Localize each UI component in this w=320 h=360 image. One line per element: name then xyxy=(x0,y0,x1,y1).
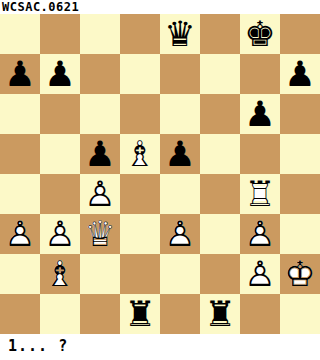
square-d8[interactable] xyxy=(120,14,160,54)
square-b4[interactable] xyxy=(40,174,80,214)
black-queen-e8[interactable]: ♛ xyxy=(160,14,200,54)
white-piece-outline-icon: ♗ xyxy=(120,134,160,174)
move-prompt: 1... ? xyxy=(0,334,320,360)
chess-diagram-page: WCSAC.0621 ♛♚♟♟♟♟♟♝♗♟♟♙♜♖♟♙♟♙♛♕♟♙♟♙♝♗♟♙♚… xyxy=(0,0,320,360)
black-piece-icon: ♟ xyxy=(240,94,280,134)
square-h4[interactable] xyxy=(280,174,320,214)
square-d3[interactable] xyxy=(120,214,160,254)
square-h2[interactable]: ♚♔ xyxy=(280,254,320,294)
square-c8[interactable] xyxy=(80,14,120,54)
square-g3[interactable]: ♟♙ xyxy=(240,214,280,254)
square-h7[interactable]: ♟ xyxy=(280,54,320,94)
square-c3[interactable]: ♛♕ xyxy=(80,214,120,254)
black-piece-icon: ♛ xyxy=(160,14,200,54)
square-a6[interactable] xyxy=(0,94,40,134)
white-piece-outline-icon: ♙ xyxy=(240,214,280,254)
square-d5[interactable]: ♝♗ xyxy=(120,134,160,174)
square-h6[interactable] xyxy=(280,94,320,134)
chess-board: ♛♚♟♟♟♟♟♝♗♟♟♙♜♖♟♙♟♙♛♕♟♙♟♙♝♗♟♙♚♔♜♜ xyxy=(0,14,320,334)
black-pawn-e5[interactable]: ♟ xyxy=(160,134,200,174)
black-pawn-c5[interactable]: ♟ xyxy=(80,134,120,174)
square-e2[interactable] xyxy=(160,254,200,294)
black-rook-d1[interactable]: ♜ xyxy=(120,294,160,334)
white-pawn-e3[interactable]: ♟♙ xyxy=(160,214,200,254)
square-e4[interactable] xyxy=(160,174,200,214)
square-h1[interactable] xyxy=(280,294,320,334)
square-h5[interactable] xyxy=(280,134,320,174)
white-pawn-a3[interactable]: ♟♙ xyxy=(0,214,40,254)
square-c5[interactable]: ♟ xyxy=(80,134,120,174)
white-bishop-d5[interactable]: ♝♗ xyxy=(120,134,160,174)
square-b1[interactable] xyxy=(40,294,80,334)
square-e7[interactable] xyxy=(160,54,200,94)
white-piece-outline-icon: ♙ xyxy=(160,214,200,254)
white-piece-outline-icon: ♙ xyxy=(40,214,80,254)
square-g5[interactable] xyxy=(240,134,280,174)
square-f7[interactable] xyxy=(200,54,240,94)
square-c1[interactable] xyxy=(80,294,120,334)
white-pawn-c4[interactable]: ♟♙ xyxy=(80,174,120,214)
square-e1[interactable] xyxy=(160,294,200,334)
square-f1[interactable]: ♜ xyxy=(200,294,240,334)
white-king-h2[interactable]: ♚♔ xyxy=(280,254,320,294)
white-pawn-g3[interactable]: ♟♙ xyxy=(240,214,280,254)
square-c2[interactable] xyxy=(80,254,120,294)
square-g7[interactable] xyxy=(240,54,280,94)
black-pawn-a7[interactable]: ♟ xyxy=(0,54,40,94)
square-c7[interactable] xyxy=(80,54,120,94)
square-f4[interactable] xyxy=(200,174,240,214)
square-g1[interactable] xyxy=(240,294,280,334)
square-h8[interactable] xyxy=(280,14,320,54)
black-piece-icon: ♚ xyxy=(240,14,280,54)
square-d7[interactable] xyxy=(120,54,160,94)
square-f8[interactable] xyxy=(200,14,240,54)
white-pawn-g2[interactable]: ♟♙ xyxy=(240,254,280,294)
square-b8[interactable] xyxy=(40,14,80,54)
white-piece-outline-icon: ♙ xyxy=(0,214,40,254)
black-piece-icon: ♟ xyxy=(280,54,320,94)
white-piece-outline-icon: ♖ xyxy=(240,174,280,214)
square-c6[interactable] xyxy=(80,94,120,134)
black-pawn-g6[interactable]: ♟ xyxy=(240,94,280,134)
square-a8[interactable] xyxy=(0,14,40,54)
black-piece-icon: ♜ xyxy=(200,294,240,334)
square-a1[interactable] xyxy=(0,294,40,334)
black-pawn-h7[interactable]: ♟ xyxy=(280,54,320,94)
white-rook-g4[interactable]: ♜♖ xyxy=(240,174,280,214)
square-g2[interactable]: ♟♙ xyxy=(240,254,280,294)
square-f2[interactable] xyxy=(200,254,240,294)
square-g6[interactable]: ♟ xyxy=(240,94,280,134)
white-pawn-b3[interactable]: ♟♙ xyxy=(40,214,80,254)
square-b2[interactable]: ♝♗ xyxy=(40,254,80,294)
square-b7[interactable]: ♟ xyxy=(40,54,80,94)
square-f3[interactable] xyxy=(200,214,240,254)
square-g8[interactable]: ♚ xyxy=(240,14,280,54)
square-e5[interactable]: ♟ xyxy=(160,134,200,174)
black-piece-icon: ♜ xyxy=(120,294,160,334)
square-b3[interactable]: ♟♙ xyxy=(40,214,80,254)
black-pawn-b7[interactable]: ♟ xyxy=(40,54,80,94)
square-h3[interactable] xyxy=(280,214,320,254)
square-a7[interactable]: ♟ xyxy=(0,54,40,94)
square-e6[interactable] xyxy=(160,94,200,134)
square-d6[interactable] xyxy=(120,94,160,134)
square-b5[interactable] xyxy=(40,134,80,174)
black-rook-f1[interactable]: ♜ xyxy=(200,294,240,334)
square-a5[interactable] xyxy=(0,134,40,174)
white-bishop-b2[interactable]: ♝♗ xyxy=(40,254,80,294)
black-king-g8[interactable]: ♚ xyxy=(240,14,280,54)
diagram-title: WCSAC.0621 xyxy=(0,0,320,14)
square-f5[interactable] xyxy=(200,134,240,174)
square-d1[interactable]: ♜ xyxy=(120,294,160,334)
square-d2[interactable] xyxy=(120,254,160,294)
square-e8[interactable]: ♛ xyxy=(160,14,200,54)
square-a4[interactable] xyxy=(0,174,40,214)
white-piece-outline-icon: ♙ xyxy=(240,254,280,294)
white-queen-c3[interactable]: ♛♕ xyxy=(80,214,120,254)
white-piece-outline-icon: ♙ xyxy=(80,174,120,214)
square-a2[interactable] xyxy=(0,254,40,294)
square-b6[interactable] xyxy=(40,94,80,134)
square-e3[interactable]: ♟♙ xyxy=(160,214,200,254)
white-piece-outline-icon: ♔ xyxy=(280,254,320,294)
square-d4[interactable] xyxy=(120,174,160,214)
black-piece-icon: ♟ xyxy=(160,134,200,174)
square-c4[interactable]: ♟♙ xyxy=(80,174,120,214)
square-f6[interactable] xyxy=(200,94,240,134)
black-piece-icon: ♟ xyxy=(80,134,120,174)
square-a3[interactable]: ♟♙ xyxy=(0,214,40,254)
black-piece-icon: ♟ xyxy=(40,54,80,94)
square-g4[interactable]: ♜♖ xyxy=(240,174,280,214)
white-piece-outline-icon: ♗ xyxy=(40,254,80,294)
black-piece-icon: ♟ xyxy=(0,54,40,94)
white-piece-outline-icon: ♕ xyxy=(80,214,120,254)
